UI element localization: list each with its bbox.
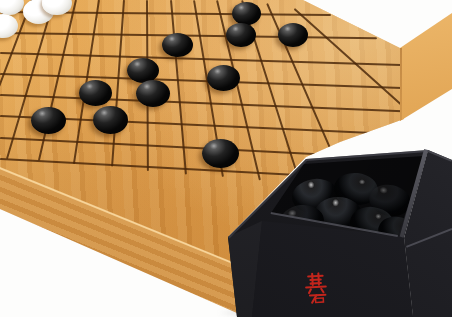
go-set-photo	[0, 0, 452, 317]
go-stone-black	[232, 2, 261, 25]
go-stone-black	[202, 139, 239, 168]
go-stone-black	[207, 65, 240, 91]
go-stone-black	[162, 33, 193, 57]
go-stone-black	[127, 58, 159, 83]
go-stone-black	[278, 23, 308, 47]
go-stone-white	[0, 14, 18, 38]
go-character-strokes	[305, 273, 326, 303]
go-stone-black	[136, 80, 170, 107]
go-stone-white	[0, 0, 24, 15]
go-stone-black	[79, 80, 112, 106]
box-label-character	[302, 271, 330, 304]
go-stone-black	[226, 23, 256, 47]
go-stone-black	[93, 106, 128, 134]
go-stone-black	[31, 107, 66, 134]
